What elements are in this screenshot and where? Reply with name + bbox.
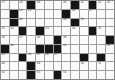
white-cell-r9c6[interactable]	[45, 71, 53, 79]
black-cell-r9c4	[27, 71, 35, 79]
white-cell-r8c6[interactable]	[45, 62, 53, 70]
white-cell-r4c6[interactable]: 33	[45, 27, 53, 35]
white-cell-r9c9[interactable]	[71, 71, 79, 79]
white-cell-r3c13[interactable]	[106, 19, 114, 27]
white-cell-r1c1[interactable]: 17	[1, 1, 9, 9]
black-cell-r4c5	[36, 27, 44, 35]
clue-number: 23	[107, 1, 110, 5]
clue-number: 46	[45, 53, 48, 57]
white-cell-r5c12[interactable]	[97, 36, 105, 44]
clue-number: 26	[72, 9, 75, 13]
white-cell-r1c2[interactable]	[10, 1, 18, 9]
black-cell-r9c7	[54, 71, 62, 79]
white-cell-r6c10[interactable]	[80, 45, 88, 53]
clue-number: 51	[98, 62, 101, 66]
black-cell-r2c2	[10, 10, 18, 18]
white-cell-r9c8[interactable]: 54	[62, 71, 70, 79]
white-cell-r5c9[interactable]	[71, 36, 79, 44]
white-cell-r3c10[interactable]: 30	[80, 19, 88, 27]
white-cell-r6c2[interactable]: 40	[10, 45, 18, 53]
clue-number: 20	[63, 1, 66, 5]
clue-number: 53	[37, 71, 40, 75]
white-cell-r8c2[interactable]	[10, 62, 18, 70]
clue-number: 48	[2, 62, 5, 66]
clue-number: 42	[107, 44, 110, 48]
white-cell-r9c5[interactable]: 53	[36, 71, 44, 79]
white-cell-r8c9[interactable]	[71, 62, 79, 70]
white-cell-r1c13[interactable]: 23	[106, 1, 114, 9]
white-cell-r7c7[interactable]: 47	[54, 54, 62, 62]
white-cell-r3c4[interactable]	[27, 19, 35, 27]
white-cell-r9c13[interactable]	[106, 71, 114, 79]
clue-number: 22	[98, 1, 101, 5]
white-cell-r6c8[interactable]: 41	[62, 45, 70, 53]
clue-number: 40	[10, 44, 13, 48]
white-cell-r3c11[interactable]	[89, 19, 97, 27]
clue-number: 24	[19, 9, 22, 13]
clue-number: 54	[63, 71, 66, 75]
white-cell-r4c10[interactable]	[80, 27, 88, 35]
clue-number: 28	[19, 18, 22, 22]
white-cell-r8c13[interactable]	[106, 62, 114, 70]
black-cell-r5c7	[54, 36, 62, 44]
white-cell-r9c10[interactable]	[80, 71, 88, 79]
crossword-grid: 1718192021222324252627282930313233343536…	[0, 0, 115, 80]
white-cell-r4c13[interactable]	[106, 27, 114, 35]
white-cell-r1c6[interactable]	[45, 1, 53, 9]
white-cell-r9c12[interactable]	[97, 71, 105, 79]
clue-number: 41	[63, 44, 66, 48]
clue-number: 27	[89, 9, 92, 13]
clue-number: 43	[2, 53, 5, 57]
white-cell-r5c6[interactable]	[45, 36, 53, 44]
white-cell-r9c2[interactable]	[10, 71, 18, 79]
black-cell-r8c4	[27, 62, 35, 70]
white-cell-r3c7[interactable]	[54, 19, 62, 27]
white-cell-r8c3[interactable]	[19, 62, 27, 70]
white-cell-r2c1[interactable]	[1, 10, 9, 18]
clue-number: 19	[37, 1, 40, 5]
white-cell-r3c3[interactable]: 28	[19, 19, 27, 27]
white-cell-r2c5[interactable]	[36, 10, 44, 18]
clue-number: 38	[37, 36, 40, 40]
white-cell-r6c12[interactable]	[97, 45, 105, 53]
white-cell-r1c10[interactable]: 21	[80, 1, 88, 9]
white-cell-r7c4[interactable]: 44	[27, 54, 35, 62]
clue-number: 47	[54, 53, 57, 57]
white-cell-r9c11[interactable]	[89, 71, 97, 79]
white-cell-r7c6[interactable]: 46	[45, 54, 53, 62]
clue-number: 18	[19, 1, 22, 5]
white-cell-r7c11[interactable]	[89, 54, 97, 62]
white-cell-r2c11[interactable]: 27	[89, 10, 97, 18]
black-cell-r7c3	[19, 54, 27, 62]
black-cell-r4c11	[89, 27, 97, 35]
white-cell-r2c4[interactable]: 25	[27, 10, 35, 18]
white-cell-r4c1[interactable]: 31	[1, 27, 9, 35]
clue-number: 21	[80, 1, 83, 5]
clue-number: 31	[2, 27, 5, 31]
white-cell-r5c1[interactable]: 36	[1, 36, 9, 44]
white-cell-r5c3[interactable]: 37	[19, 36, 27, 44]
white-cell-r7c13[interactable]	[106, 54, 114, 62]
white-cell-r1c12[interactable]: 22	[97, 1, 105, 9]
clue-number: 37	[19, 36, 22, 40]
white-cell-r7c9[interactable]	[71, 54, 79, 62]
white-cell-r3c5[interactable]	[36, 19, 44, 27]
white-cell-r9c3[interactable]	[19, 71, 27, 79]
white-cell-r4c7[interactable]	[54, 27, 62, 35]
white-cell-r6c13[interactable]: 42	[106, 45, 114, 53]
white-cell-r4c2[interactable]: 32	[10, 27, 18, 35]
clue-number: 50	[80, 62, 83, 66]
white-cell-r6c11[interactable]	[89, 45, 97, 53]
clue-number: 32	[10, 27, 13, 31]
white-cell-r3c8[interactable]: 29	[62, 19, 70, 27]
white-cell-r5c10[interactable]	[80, 36, 88, 44]
clue-number: 17	[2, 1, 5, 5]
white-cell-r1c5[interactable]: 19	[36, 1, 44, 9]
white-cell-r6c9[interactable]	[71, 45, 79, 53]
white-cell-r5c5[interactable]: 38	[36, 36, 44, 44]
white-cell-r4c4[interactable]	[27, 27, 35, 35]
clue-number: 29	[63, 18, 66, 22]
clue-number: 44	[28, 53, 31, 57]
white-cell-r4c8[interactable]	[62, 27, 70, 35]
white-cell-r4c12[interactable]: 35	[97, 27, 105, 35]
clue-number: 33	[45, 27, 48, 31]
clue-number: 35	[98, 27, 101, 31]
white-cell-r8c12[interactable]: 51	[97, 62, 105, 70]
clue-number: 34	[72, 27, 75, 31]
white-cell-r9c1[interactable]: 52	[1, 71, 9, 79]
clue-number: 39	[63, 36, 66, 40]
clue-number: 52	[2, 71, 5, 75]
clue-number: 49	[37, 62, 40, 66]
clue-number: 36	[2, 36, 5, 40]
white-cell-r2c6[interactable]	[45, 10, 53, 18]
white-cell-r2c13[interactable]	[106, 10, 114, 18]
clue-number: 25	[28, 9, 31, 13]
white-cell-r2c7[interactable]	[54, 10, 62, 18]
white-cell-r4c9[interactable]: 34	[71, 27, 79, 35]
white-cell-r7c2[interactable]	[10, 54, 18, 62]
white-cell-r1c8[interactable]: 20	[62, 1, 70, 9]
clue-number: 30	[80, 18, 83, 22]
black-cell-r4c3	[19, 27, 27, 35]
white-cell-r5c4[interactable]	[27, 36, 35, 44]
white-cell-r2c9[interactable]: 26	[71, 10, 79, 18]
white-cell-r8c10[interactable]: 50	[80, 62, 88, 70]
white-cell-r5c11[interactable]	[89, 36, 97, 44]
white-cell-r1c7[interactable]	[54, 1, 62, 9]
white-cell-r8c11[interactable]	[89, 62, 97, 70]
white-cell-r6c3[interactable]	[19, 45, 27, 53]
white-cell-r8c7[interactable]	[54, 62, 62, 70]
clue-number: 45	[37, 53, 40, 57]
white-cell-r2c12[interactable]	[97, 10, 105, 18]
white-cell-r7c8[interactable]	[62, 54, 70, 62]
